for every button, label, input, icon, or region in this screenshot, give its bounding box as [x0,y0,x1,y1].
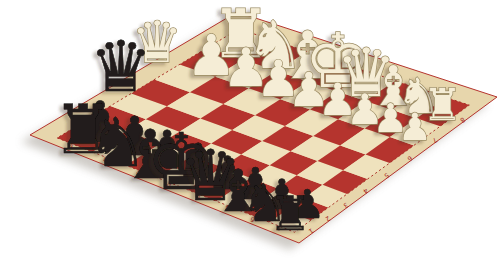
chess-set-product-photo: abcdefgh12345678♜♛♞♟♝♟♚♛♛♟♝♟♞♟♜♟♟♟♟♜♟♞♟♝… [0,0,500,259]
piece-white-pawn-h7: ♟ [398,105,432,149]
piece-black-rook-h1: ♜ [269,186,312,241]
chess-board-perspective-svg: abcdefgh12345678♜♛♞♟♝♟♚♛♛♟♝♟♞♟♜♟♟♟♟♜♟♞♟♝… [0,0,500,259]
